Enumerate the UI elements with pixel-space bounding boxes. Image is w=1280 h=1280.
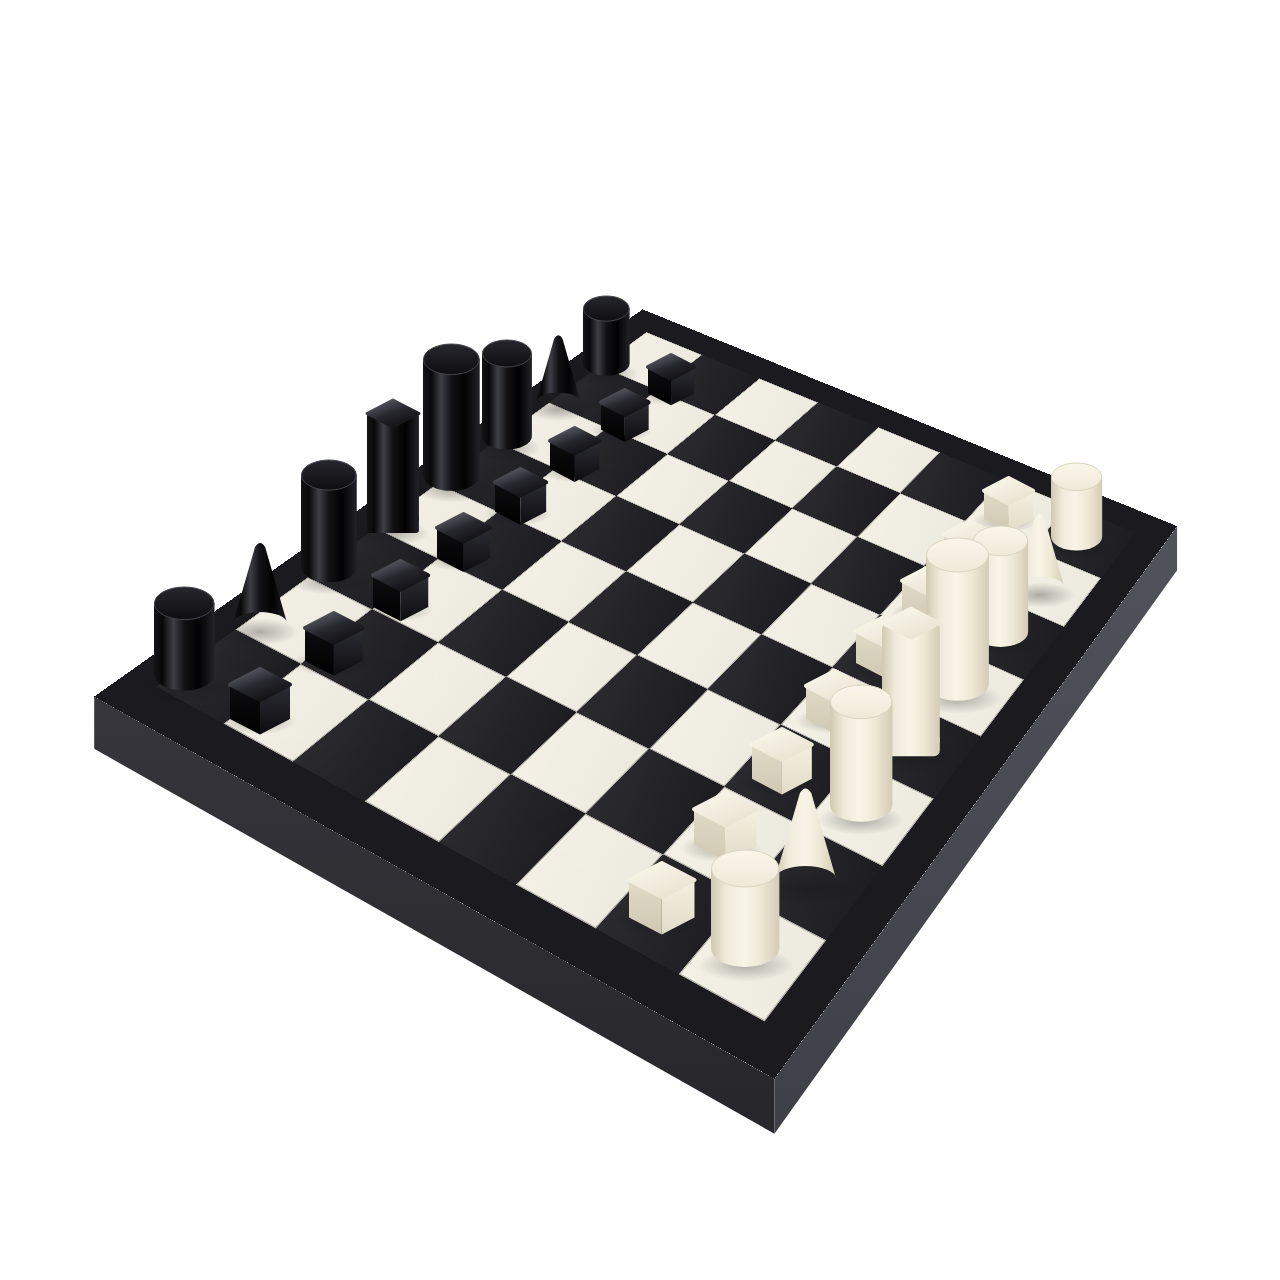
piece-black-king-e8[interactable] (423, 344, 480, 491)
piece-black-knight-g8[interactable] (535, 332, 582, 411)
piece-black-bishop-c8[interactable] (301, 460, 357, 582)
piece-black-pawn-g7[interactable] (600, 389, 650, 443)
piece-black-rook-a8[interactable] (154, 587, 215, 690)
piece-black-pawn-f7[interactable] (549, 427, 600, 483)
piece-black-bishop-f8[interactable] (482, 340, 532, 449)
piece-black-pawn-a7[interactable] (229, 668, 291, 736)
piece-black-pawn-b7[interactable] (304, 612, 364, 677)
piece-white-knight-b1[interactable] (774, 784, 837, 891)
piece-black-pawn-e7[interactable] (494, 468, 547, 526)
piece-black-pawn-c7[interactable] (372, 560, 429, 622)
piece-black-knight-b8[interactable] (232, 539, 288, 635)
piece-black-queen-d8[interactable] (367, 400, 419, 535)
piece-white-rook-a1[interactable] (711, 850, 779, 967)
piece-black-rook-h8[interactable] (583, 296, 630, 376)
piece-black-pawn-d7[interactable] (436, 513, 491, 573)
piece-black-pawn-h7[interactable] (647, 354, 695, 406)
piece-white-bishop-c1[interactable] (830, 685, 892, 822)
product-photo-stage (0, 0, 1280, 1280)
piece-white-pawn-a2[interactable] (628, 862, 695, 936)
